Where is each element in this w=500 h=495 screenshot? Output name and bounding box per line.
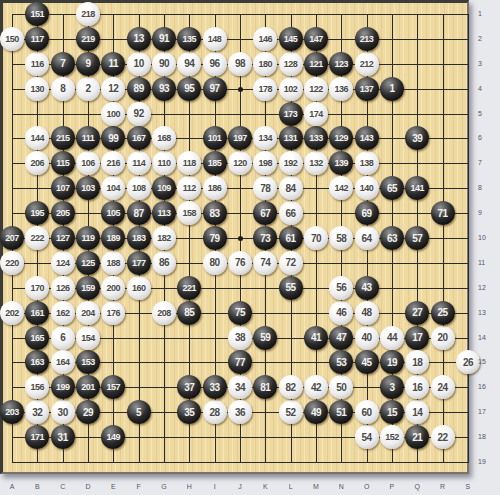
stone-F10: 183: [127, 226, 151, 250]
stone-D4: 2: [76, 77, 100, 101]
stone-L11: 72: [279, 251, 303, 275]
stone-Q16: 16: [405, 375, 429, 399]
stone-C3: 7: [51, 52, 75, 76]
stone-D3: 9: [76, 52, 100, 76]
stone-L5: 173: [279, 102, 303, 126]
column-label-R: R: [437, 483, 449, 490]
stone-H16: 37: [177, 375, 201, 399]
stone-M7: 132: [304, 151, 328, 175]
stone-J17: 36: [228, 400, 252, 424]
stone-F2: 13: [127, 27, 151, 51]
stone-I4: 97: [203, 77, 227, 101]
stone-P17: 15: [380, 400, 404, 424]
stone-K14: 59: [253, 326, 277, 350]
column-label-G: G: [158, 483, 170, 490]
stone-G2: 91: [152, 27, 176, 51]
stone-Q13: 27: [405, 301, 429, 325]
stone-F6: 167: [127, 126, 151, 150]
stone-O2: 213: [355, 27, 379, 51]
stone-H17: 35: [177, 400, 201, 424]
stone-M4: 122: [304, 77, 328, 101]
stone-E11: 188: [101, 251, 125, 275]
stone-H12: 221: [177, 276, 201, 300]
stone-H13: 85: [177, 301, 201, 325]
row-label-15: 15: [478, 358, 494, 365]
stone-Q10: 57: [405, 226, 429, 250]
stone-G8: 109: [152, 176, 176, 200]
stone-E3: 11: [101, 52, 125, 76]
stone-N8: 142: [329, 176, 353, 200]
stone-E4: 12: [101, 77, 125, 101]
stone-K9: 67: [253, 201, 277, 225]
stone-O18: 54: [355, 425, 379, 449]
stone-E16: 157: [101, 375, 125, 399]
stone-N16: 50: [329, 375, 353, 399]
stone-N3: 123: [329, 52, 353, 76]
stone-G9: 113: [152, 201, 176, 225]
stone-B10: 222: [25, 226, 49, 250]
stone-B6: 144: [25, 126, 49, 150]
stone-B13: 161: [25, 301, 49, 325]
stone-N6: 129: [329, 126, 353, 150]
stone-N10: 58: [329, 226, 353, 250]
stone-G6: 168: [152, 126, 176, 150]
stone-B18: 171: [25, 425, 49, 449]
stone-C17: 30: [51, 400, 75, 424]
stone-O3: 212: [355, 52, 379, 76]
stone-N12: 56: [329, 276, 353, 300]
stone-D14: 154: [76, 326, 100, 350]
stone-G4: 93: [152, 77, 176, 101]
stone-K10: 73: [253, 226, 277, 250]
stone-M10: 70: [304, 226, 328, 250]
stone-E7: 216: [101, 151, 125, 175]
row-label-5: 5: [478, 110, 494, 117]
stone-B7: 206: [25, 151, 49, 175]
stone-I6: 101: [203, 126, 227, 150]
stone-H3: 94: [177, 52, 201, 76]
go-game-record-screen: 1235678910111213141516171819202122242526…: [0, 0, 500, 495]
stone-E6: 99: [101, 126, 125, 150]
stone-Q17: 14: [405, 400, 429, 424]
stone-L7: 192: [279, 151, 303, 175]
stone-R13: 25: [431, 301, 455, 325]
go-board[interactable]: 1235678910111213141516171819202122242526…: [0, 0, 469, 474]
stone-D16: 201: [76, 375, 100, 399]
column-label-S: S: [462, 483, 474, 490]
stone-C7: 115: [51, 151, 75, 175]
row-label-17: 17: [478, 408, 494, 415]
column-label-B: B: [31, 483, 43, 490]
stone-R9: 71: [431, 201, 455, 225]
stone-P4: 1: [380, 77, 404, 101]
row-label-3: 3: [478, 60, 494, 67]
stone-J3: 98: [228, 52, 252, 76]
stone-B15: 163: [25, 350, 49, 374]
stone-E18: 149: [101, 425, 125, 449]
stone-M3: 121: [304, 52, 328, 76]
stone-G3: 90: [152, 52, 176, 76]
stone-C4: 8: [51, 77, 75, 101]
stone-B14: 165: [25, 326, 49, 350]
stone-I9: 83: [203, 201, 227, 225]
stone-F17: 5: [127, 400, 151, 424]
stone-E5: 100: [101, 102, 125, 126]
stone-E12: 200: [101, 276, 125, 300]
stone-O17: 60: [355, 400, 379, 424]
stone-F11: 177: [127, 251, 151, 275]
column-label-N: N: [335, 483, 347, 490]
stone-I17: 28: [203, 400, 227, 424]
row-label-14: 14: [478, 334, 494, 341]
stone-K11: 74: [253, 251, 277, 275]
column-label-Q: Q: [411, 483, 423, 490]
stone-K6: 134: [253, 126, 277, 150]
stone-M17: 49: [304, 400, 328, 424]
grid-line-vertical: [468, 14, 469, 463]
stone-I7: 185: [203, 151, 227, 175]
stone-H2: 135: [177, 27, 201, 51]
stone-H7: 118: [177, 151, 201, 175]
stone-I16: 33: [203, 375, 227, 399]
stone-D12: 159: [76, 276, 100, 300]
stone-J6: 197: [228, 126, 252, 150]
stone-Q6: 39: [405, 126, 429, 150]
grid-line-horizontal: [12, 462, 469, 463]
row-label-12: 12: [478, 284, 494, 291]
stone-L17: 52: [279, 400, 303, 424]
stone-B1: 151: [25, 2, 49, 26]
stone-I3: 96: [203, 52, 227, 76]
stone-K16: 81: [253, 375, 277, 399]
stone-E8: 104: [101, 176, 125, 200]
star-point: [238, 236, 243, 241]
stone-Q8: 141: [405, 176, 429, 200]
stone-B3: 116: [25, 52, 49, 76]
stone-A10: 207: [0, 226, 24, 250]
column-label-K: K: [259, 483, 271, 490]
stone-D2: 219: [76, 27, 100, 51]
stone-K7: 198: [253, 151, 277, 175]
row-label-13: 13: [478, 309, 494, 316]
stone-F7: 114: [127, 151, 151, 175]
stone-G13: 208: [152, 301, 176, 325]
stone-I11: 80: [203, 251, 227, 275]
stone-C15: 164: [51, 350, 75, 374]
row-label-18: 18: [478, 433, 494, 440]
stone-L9: 66: [279, 201, 303, 225]
stone-P15: 19: [380, 350, 404, 374]
stone-E9: 105: [101, 201, 125, 225]
stone-D1: 218: [76, 2, 100, 26]
stone-N14: 47: [329, 326, 353, 350]
stone-O8: 140: [355, 176, 379, 200]
stone-F3: 10: [127, 52, 151, 76]
row-label-9: 9: [478, 209, 494, 216]
stone-L4: 102: [279, 77, 303, 101]
stone-N4: 136: [329, 77, 353, 101]
stone-A11: 220: [0, 251, 24, 275]
stone-O12: 43: [355, 276, 379, 300]
stone-J7: 120: [228, 151, 252, 175]
stone-D8: 103: [76, 176, 100, 200]
stone-N7: 139: [329, 151, 353, 175]
row-label-19: 19: [478, 458, 494, 465]
stone-Q14: 17: [405, 326, 429, 350]
stone-D13: 204: [76, 301, 100, 325]
column-label-E: E: [107, 483, 119, 490]
stone-K2: 146: [253, 27, 277, 51]
row-label-2: 2: [478, 35, 494, 42]
stone-L3: 128: [279, 52, 303, 76]
stone-O6: 143: [355, 126, 379, 150]
stone-G7: 110: [152, 151, 176, 175]
stone-B12: 170: [25, 276, 49, 300]
stone-D15: 153: [76, 350, 100, 374]
stone-F12: 160: [127, 276, 151, 300]
stone-P8: 65: [380, 176, 404, 200]
stone-O13: 48: [355, 301, 379, 325]
row-label-7: 7: [478, 159, 494, 166]
stone-L8: 84: [279, 176, 303, 200]
stone-C10: 127: [51, 226, 75, 250]
stone-J14: 38: [228, 326, 252, 350]
column-label-L: L: [285, 483, 297, 490]
stone-H9: 158: [177, 201, 201, 225]
stone-R16: 24: [431, 375, 455, 399]
stone-C11: 124: [51, 251, 75, 275]
stone-L16: 82: [279, 375, 303, 399]
stone-F9: 87: [127, 201, 151, 225]
stone-K4: 178: [253, 77, 277, 101]
stone-G10: 182: [152, 226, 176, 250]
row-label-16: 16: [478, 383, 494, 390]
stone-B4: 130: [25, 77, 49, 101]
stone-A13: 202: [0, 301, 24, 325]
stone-I8: 186: [203, 176, 227, 200]
row-label-4: 4: [478, 85, 494, 92]
stone-L12: 55: [279, 276, 303, 300]
stone-C8: 107: [51, 176, 75, 200]
stone-G11: 86: [152, 251, 176, 275]
stone-B2: 117: [25, 27, 49, 51]
row-label-1: 1: [478, 10, 494, 17]
stone-C9: 205: [51, 201, 75, 225]
stone-R18: 22: [431, 425, 455, 449]
stone-C14: 6: [51, 326, 75, 350]
column-label-I: I: [209, 483, 221, 490]
stone-L6: 131: [279, 126, 303, 150]
stone-N15: 53: [329, 350, 353, 374]
stone-L10: 61: [279, 226, 303, 250]
stone-O7: 138: [355, 151, 379, 175]
stone-P10: 63: [380, 226, 404, 250]
row-label-11: 11: [478, 259, 494, 266]
stone-F5: 92: [127, 102, 151, 126]
stone-C16: 199: [51, 375, 75, 399]
stone-N17: 51: [329, 400, 353, 424]
stone-O10: 64: [355, 226, 379, 250]
stone-K8: 78: [253, 176, 277, 200]
stone-D17: 29: [76, 400, 100, 424]
row-label-6: 6: [478, 134, 494, 141]
column-label-D: D: [82, 483, 94, 490]
stone-D7: 106: [76, 151, 100, 175]
stone-P16: 3: [380, 375, 404, 399]
column-label-A: A: [6, 483, 18, 490]
row-label-8: 8: [478, 184, 494, 191]
column-label-J: J: [234, 483, 246, 490]
stone-C13: 162: [51, 301, 75, 325]
column-label-M: M: [310, 483, 322, 490]
stone-O4: 137: [355, 77, 379, 101]
stone-P18: 152: [380, 425, 404, 449]
stone-D10: 119: [76, 226, 100, 250]
stone-M5: 174: [304, 102, 328, 126]
row-label-10: 10: [478, 234, 494, 241]
stone-M6: 133: [304, 126, 328, 150]
column-label-O: O: [361, 483, 373, 490]
stone-C18: 31: [51, 425, 75, 449]
stone-F4: 89: [127, 77, 151, 101]
column-label-F: F: [133, 483, 145, 490]
stone-E10: 189: [101, 226, 125, 250]
stone-E13: 176: [101, 301, 125, 325]
stone-K3: 180: [253, 52, 277, 76]
stone-F8: 108: [127, 176, 151, 200]
stone-R14: 20: [431, 326, 455, 350]
stone-J13: 75: [228, 301, 252, 325]
stone-B9: 195: [25, 201, 49, 225]
column-label-H: H: [183, 483, 195, 490]
stone-Q15: 18: [405, 350, 429, 374]
stone-P14: 44: [380, 326, 404, 350]
stone-Q18: 21: [405, 425, 429, 449]
stone-I2: 148: [203, 27, 227, 51]
stone-D11: 125: [76, 251, 100, 275]
column-label-P: P: [386, 483, 398, 490]
stone-M16: 42: [304, 375, 328, 399]
stone-H8: 112: [177, 176, 201, 200]
stone-B17: 32: [25, 400, 49, 424]
star-point: [238, 87, 243, 92]
stone-L2: 145: [279, 27, 303, 51]
stone-J16: 34: [228, 375, 252, 399]
stone-A2: 150: [0, 27, 24, 51]
stone-C6: 215: [51, 126, 75, 150]
stone-H4: 95: [177, 77, 201, 101]
stone-S15: 26: [456, 350, 480, 374]
stone-O15: 45: [355, 350, 379, 374]
stone-A17: 203: [0, 400, 24, 424]
stone-O14: 40: [355, 326, 379, 350]
stone-D6: 111: [76, 126, 100, 150]
stone-O9: 69: [355, 201, 379, 225]
stone-M14: 41: [304, 326, 328, 350]
stone-C12: 126: [51, 276, 75, 300]
stone-N13: 46: [329, 301, 353, 325]
stone-B16: 156: [25, 375, 49, 399]
stone-J11: 76: [228, 251, 252, 275]
stone-M2: 147: [304, 27, 328, 51]
column-label-C: C: [57, 483, 69, 490]
stone-I10: 79: [203, 226, 227, 250]
stone-J15: 77: [228, 350, 252, 374]
